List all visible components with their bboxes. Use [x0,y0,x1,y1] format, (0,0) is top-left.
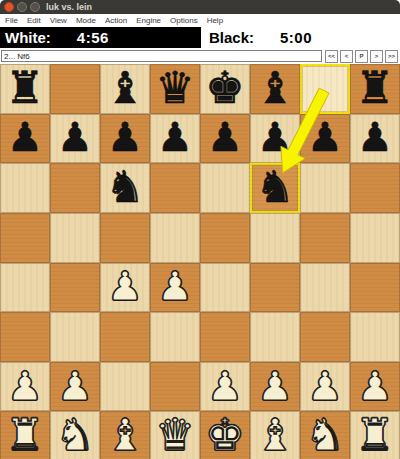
black-knight[interactable]: ♞ [255,165,294,209]
step-back-button[interactable]: < [340,50,353,63]
white-pawn[interactable]: ♟ [57,366,93,406]
black-king[interactable]: ♚ [205,66,244,110]
menu-item-file[interactable]: File [5,16,18,25]
menu-item-view[interactable]: View [50,16,67,25]
black-pawn[interactable]: ♟ [107,117,143,157]
square-a2[interactable]: ♟ [0,362,50,412]
pause-button[interactable]: P [355,50,368,63]
square-d8[interactable]: ♛ [150,64,200,114]
square-h3[interactable] [350,312,400,362]
square-e7[interactable]: ♟ [200,114,250,164]
square-f4[interactable] [250,263,300,313]
square-h5[interactable] [350,213,400,263]
square-c8[interactable]: ♝ [100,64,150,114]
window-title: luk vs. lein [46,2,92,12]
square-g7[interactable]: ♟ [300,114,350,164]
square-d2[interactable] [150,362,200,412]
black-bishop[interactable]: ♝ [255,66,294,110]
black-bishop[interactable]: ♝ [105,66,144,110]
white-pawn[interactable]: ♟ [307,366,343,406]
square-d6[interactable] [150,163,200,213]
square-c3[interactable] [100,312,150,362]
square-h8[interactable]: ♜ [350,64,400,114]
black-clock-label: Black: [209,29,254,46]
square-f6[interactable]: ♞ [250,163,300,213]
white-pawn[interactable]: ♟ [7,366,43,406]
black-pawn[interactable]: ♟ [257,117,293,157]
square-b4[interactable] [50,263,100,313]
menu-item-help[interactable]: Help [207,16,223,25]
square-g4[interactable] [300,263,350,313]
square-a7[interactable]: ♟ [0,114,50,164]
black-clock: Black: 5:00 [201,27,312,48]
square-e1[interactable]: ♚ [200,411,250,459]
square-b8[interactable] [50,64,100,114]
black-pawn[interactable]: ♟ [357,117,393,157]
minimize-icon[interactable] [17,2,27,12]
square-e5[interactable] [200,213,250,263]
square-c7[interactable]: ♟ [100,114,150,164]
square-b7[interactable]: ♟ [50,114,100,164]
square-h2[interactable]: ♟ [350,362,400,412]
white-knight[interactable]: ♞ [55,413,94,457]
clock-row: White: 4:56 Black: 5:00 [0,27,400,48]
square-e3[interactable] [200,312,250,362]
square-f5[interactable] [250,213,300,263]
black-pawn[interactable]: ♟ [207,117,243,157]
white-pawn[interactable]: ♟ [357,366,393,406]
white-queen[interactable]: ♛ [155,413,194,457]
black-pawn[interactable]: ♟ [57,117,93,157]
square-a4[interactable] [0,263,50,313]
square-c1[interactable]: ♝ [100,411,150,459]
square-g5[interactable] [300,213,350,263]
white-knight[interactable]: ♞ [305,413,344,457]
black-rook[interactable]: ♜ [5,66,44,110]
white-pawn[interactable]: ♟ [107,266,143,306]
menu-item-edit[interactable]: Edit [27,16,41,25]
white-clock: White: 4:56 [0,27,201,48]
menu-item-options[interactable]: Options [170,16,198,25]
square-d3[interactable] [150,312,200,362]
black-clock-time: 5:00 [280,29,312,46]
square-a1[interactable]: ♜ [0,411,50,459]
fast-forward-button[interactable]: >> [385,50,398,63]
square-e8[interactable]: ♚ [200,64,250,114]
square-c2[interactable] [100,362,150,412]
square-b2[interactable]: ♟ [50,362,100,412]
square-f7[interactable]: ♟ [250,114,300,164]
square-g3[interactable] [300,312,350,362]
chess-board: ♜♝♛♚♝♜♟♟♟♟♟♟♟♟♞♞♟♟♟♟♟♟♟♟♜♞♝♛♚♝♞♜ [0,64,400,459]
white-bishop[interactable]: ♝ [255,413,294,457]
white-rook[interactable]: ♜ [355,413,394,457]
close-icon[interactable] [4,2,14,12]
square-b3[interactable] [50,312,100,362]
square-g1[interactable]: ♞ [300,411,350,459]
white-pawn[interactable]: ♟ [257,366,293,406]
xboard-window: luk vs. lein FileEditViewModeActionEngin… [0,0,400,459]
menu-item-mode[interactable]: Mode [76,16,96,25]
square-c4[interactable]: ♟ [100,263,150,313]
square-d4[interactable]: ♟ [150,263,200,313]
black-queen[interactable]: ♛ [155,66,194,110]
move-bar: <<<P>>> [0,48,400,64]
square-g6[interactable] [300,163,350,213]
square-f3[interactable] [250,312,300,362]
square-a3[interactable] [0,312,50,362]
move-input[interactable] [1,50,322,62]
white-clock-label: White: [5,29,51,46]
step-forward-button[interactable]: > [370,50,383,63]
white-rook[interactable]: ♜ [5,413,44,457]
square-e2[interactable]: ♟ [200,362,250,412]
white-pawn[interactable]: ♟ [157,266,193,306]
square-a6[interactable] [0,163,50,213]
rewind-button[interactable]: << [325,50,338,63]
menu-item-action[interactable]: Action [105,16,127,25]
square-h6[interactable] [350,163,400,213]
square-b1[interactable]: ♞ [50,411,100,459]
white-pawn[interactable]: ♟ [207,366,243,406]
square-e6[interactable] [200,163,250,213]
square-f2[interactable]: ♟ [250,362,300,412]
square-d1[interactable]: ♛ [150,411,200,459]
square-d5[interactable] [150,213,200,263]
square-h7[interactable]: ♟ [350,114,400,164]
white-clock-time: 4:56 [77,29,109,46]
square-a5[interactable] [0,213,50,263]
maximize-icon[interactable] [30,2,40,12]
square-f1[interactable]: ♝ [250,411,300,459]
square-h1[interactable]: ♜ [350,411,400,459]
black-rook[interactable]: ♜ [355,66,394,110]
square-c5[interactable] [100,213,150,263]
menu-item-engine[interactable]: Engine [136,16,161,25]
white-bishop[interactable]: ♝ [105,413,144,457]
square-e4[interactable] [200,263,250,313]
square-f8[interactable]: ♝ [250,64,300,114]
black-knight[interactable]: ♞ [105,165,144,209]
square-c6[interactable]: ♞ [100,163,150,213]
black-pawn[interactable]: ♟ [307,117,343,157]
square-a8[interactable]: ♜ [0,64,50,114]
square-b6[interactable] [50,163,100,213]
white-king[interactable]: ♚ [205,413,244,457]
black-pawn[interactable]: ♟ [157,117,193,157]
menubar: FileEditViewModeActionEngineOptionsHelp [0,14,400,27]
square-h4[interactable] [350,263,400,313]
board-grid: ♜♝♛♚♝♜♟♟♟♟♟♟♟♟♞♞♟♟♟♟♟♟♟♟♜♞♝♛♚♝♞♜ [0,64,400,459]
square-b5[interactable] [50,213,100,263]
title-bar: luk vs. lein [0,0,400,14]
square-d7[interactable]: ♟ [150,114,200,164]
square-g8[interactable] [300,64,350,114]
black-pawn[interactable]: ♟ [7,117,43,157]
square-g2[interactable]: ♟ [300,362,350,412]
nav-buttons: <<<P>>> [325,50,399,63]
